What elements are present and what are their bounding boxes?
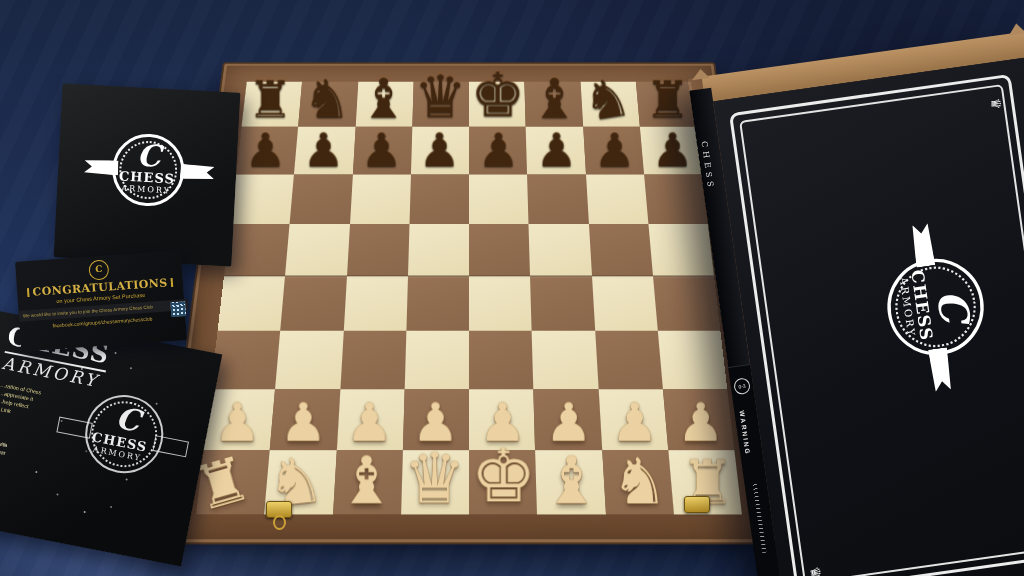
square-h2: ♟ <box>663 389 735 450</box>
square-f2: ♟ <box>534 389 602 450</box>
sheet-outline-logo: C CHESS ARMORY <box>40 376 198 511</box>
title-flag-right-icon <box>170 278 173 287</box>
square-a2: ♟ <box>204 389 276 450</box>
chess-board: ♜♞♝♛♚♝♞♜♟♟♟♟♟♟♟♟♟♟♟♟♟♟♟♟♜♞♝♛♚♝♞♜ <box>195 0 743 566</box>
piece-black-pawn-a7: ♟ <box>244 127 286 174</box>
piece-white-bishop-c1: ♝ <box>337 448 396 514</box>
brass-clasp-right <box>684 496 710 513</box>
square-b3 <box>275 331 343 389</box>
square-g3 <box>595 331 663 389</box>
square-e7: ♟ <box>469 127 527 174</box>
card-mini-logo: C <box>88 259 109 280</box>
square-c6 <box>350 174 411 224</box>
square-a1: ♜ <box>196 450 270 515</box>
square-c1: ♝ <box>333 450 403 515</box>
square-g4 <box>592 276 658 331</box>
piece-white-queen-d1: ♛ <box>403 443 466 513</box>
title-flag-left-icon <box>27 288 30 297</box>
piece-white-king-e1: ♚ <box>470 440 536 513</box>
square-d5 <box>408 224 469 276</box>
sheet-body-text2: …g …ce with …to hear <box>0 429 9 457</box>
board-squares: ♜♞♝♛♚♝♞♜♟♟♟♟♟♟♟♟♟♟♟♟♟♟♟♟♜♞♝♛♚♝♞♜ <box>196 82 742 515</box>
square-a5 <box>224 224 290 276</box>
square-g7: ♟ <box>583 127 644 174</box>
warning-label: WARNING <box>738 410 751 456</box>
warning-fine-print <box>753 483 767 553</box>
photo-scene: ♜♞♝♛♚♝♞♜♟♟♟♟♟♟♟♟♟♟♟♟♟♟♟♟♜♞♝♛♚♝♞♜ C CHESS… <box>0 0 1024 576</box>
square-d8: ♛ <box>412 82 469 127</box>
square-b5 <box>285 224 349 276</box>
square-e6 <box>469 174 529 224</box>
square-f8: ♝ <box>525 82 583 127</box>
square-f6 <box>527 174 588 224</box>
logo-monogram: C <box>136 137 162 173</box>
piece-black-pawn-b7: ♟ <box>302 127 344 174</box>
piece-white-pawn-b2: ♟ <box>279 396 327 449</box>
piece-white-pawn-h2: ♟ <box>677 396 725 449</box>
piece-black-pawn-f7: ♟ <box>535 127 577 174</box>
square-g1: ♞ <box>602 450 674 515</box>
board-frame: ♜♞♝♛♚♝♞♜♟♟♟♟♟♟♟♟♟♟♟♟♟♟♟♟♜♞♝♛♚♝♞♜ <box>160 62 778 544</box>
square-h7: ♟ <box>640 127 702 174</box>
square-f5 <box>529 224 592 276</box>
square-e3 <box>469 331 534 389</box>
piece-black-rook-a8: ♜ <box>247 75 293 126</box>
piece-black-pawn-d7: ♟ <box>419 127 461 174</box>
square-b7: ♟ <box>294 127 355 174</box>
square-c4 <box>343 276 407 331</box>
piece-white-pawn-g2: ♟ <box>611 396 659 449</box>
square-h3 <box>658 331 728 389</box>
qr-code-icon <box>170 301 186 317</box>
piece-black-bishop-c8: ♝ <box>359 71 408 126</box>
piece-black-bishop-f8: ♝ <box>530 71 579 126</box>
box-spine-text: CHESS <box>700 141 716 192</box>
piece-white-pawn-c2: ♟ <box>346 396 394 449</box>
piece-white-pawn-f2: ♟ <box>545 396 593 449</box>
square-d7: ♟ <box>411 127 469 174</box>
square-a4 <box>218 276 286 331</box>
chess-armory-logo: C CHESS ARMORY <box>79 127 214 230</box>
piece-black-rook-h8: ♜ <box>645 75 691 126</box>
square-e4 <box>469 276 532 331</box>
piece-white-bishop-f1: ♝ <box>542 448 601 514</box>
square-c2: ♟ <box>336 389 404 450</box>
choking-hazard-icon: 0-3 <box>733 377 751 395</box>
piece-black-pawn-g7: ♟ <box>594 127 636 174</box>
square-b4 <box>280 276 346 331</box>
square-g6 <box>586 174 649 224</box>
piece-black-pawn-c7: ♟ <box>361 127 403 174</box>
black-envelope: C CHESS ARMORY <box>54 83 241 266</box>
piece-black-knight-g8: ♞ <box>579 70 634 130</box>
square-e8: ♚ <box>469 82 526 127</box>
square-a3 <box>211 331 281 389</box>
square-g8: ♞ <box>580 82 640 127</box>
box-chess-armory-logo: C CHESS ARMORY <box>837 207 1002 404</box>
piece-black-pawn-e7: ♟ <box>477 127 519 174</box>
square-a7: ♟ <box>236 127 298 174</box>
square-h6 <box>644 174 708 224</box>
square-b8: ♞ <box>298 82 358 127</box>
square-h8: ♜ <box>636 82 697 127</box>
square-c5 <box>347 224 410 276</box>
logo-monogram: C <box>928 287 979 325</box>
piece-black-king-e8: ♚ <box>470 65 525 126</box>
square-c8: ♝ <box>355 82 413 127</box>
square-f1: ♝ <box>535 450 605 515</box>
square-b6 <box>290 174 353 224</box>
square-c7: ♟ <box>352 127 412 174</box>
piece-black-knight-b8: ♞ <box>303 73 350 126</box>
square-g5 <box>588 224 652 276</box>
square-g2: ♟ <box>598 389 668 450</box>
brass-clasp-left <box>266 501 292 518</box>
square-f4 <box>530 276 594 331</box>
square-f3 <box>532 331 598 389</box>
square-e5 <box>469 224 530 276</box>
square-d3 <box>404 331 469 389</box>
square-d4 <box>406 276 469 331</box>
square-f7: ♟ <box>526 127 586 174</box>
square-d1: ♛ <box>401 450 469 515</box>
square-c3 <box>340 331 406 389</box>
queen-icon: ♛ <box>989 98 1004 110</box>
square-a6 <box>230 174 294 224</box>
square-a8: ♜ <box>241 82 302 127</box>
piece-black-queen-d8: ♛ <box>414 68 466 126</box>
piece-white-knight-g1: ♞ <box>611 450 668 513</box>
square-h5 <box>648 224 714 276</box>
piece-black-pawn-h7: ♟ <box>652 127 694 174</box>
square-d6 <box>409 174 469 224</box>
square-b2: ♟ <box>270 389 340 450</box>
square-e1: ♚ <box>469 450 537 515</box>
congratulations-card: C CONGRATULATIONS on your Chess Armory S… <box>15 250 187 351</box>
square-h4 <box>653 276 721 331</box>
sheet-body-text: …ration of Chess …appreciate it …help re… <box>0 381 42 421</box>
